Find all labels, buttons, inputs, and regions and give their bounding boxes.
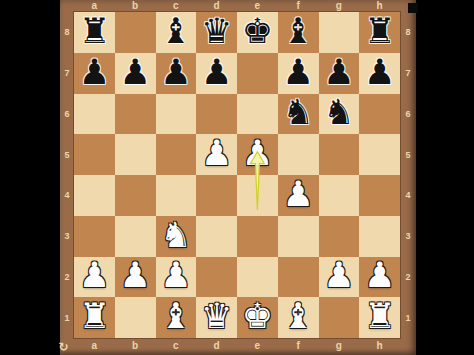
piece-white-bishop-c1[interactable]: ♝ [160,299,191,334]
square-f3[interactable] [278,216,319,257]
file-label-b: b [115,0,156,12]
rank-label-6: 6 [400,94,416,135]
square-f1[interactable]: ♝ [278,297,319,338]
square-h6[interactable] [359,94,400,135]
piece-black-rook-a8[interactable]: ♜ [79,14,110,49]
rank-label-2: 2 [400,257,416,298]
piece-white-pawn-c2[interactable]: ♟ [160,258,191,293]
piece-black-pawn-c7[interactable]: ♟ [160,55,191,90]
square-h8[interactable]: ♜ [359,12,400,53]
rank-labels-right: 87654321 [400,12,416,338]
rank-label-7: 7 [60,53,74,94]
square-b8[interactable] [115,12,156,53]
square-a5[interactable] [74,134,115,175]
piece-black-knight-f6[interactable]: ♞ [282,95,313,130]
piece-white-rook-h1[interactable]: ♜ [364,299,395,334]
rank-label-1: 1 [400,297,416,338]
square-h3[interactable] [359,216,400,257]
square-f4[interactable]: ♟ [278,175,319,216]
rank-label-6: 6 [60,94,74,135]
piece-white-rook-a1[interactable]: ♜ [79,299,110,334]
square-d2[interactable] [196,257,237,298]
square-f5[interactable] [278,134,319,175]
rank-label-4: 4 [60,175,74,216]
rank-label-1: 1 [60,297,74,338]
rank-labels-left: 87654321 [60,12,74,338]
square-f2[interactable] [278,257,319,298]
flip-board-icon[interactable]: ↻ [56,340,71,355]
square-d3[interactable] [196,216,237,257]
square-e7[interactable] [237,53,278,94]
square-g6[interactable]: ♞ [319,94,360,135]
square-a3[interactable] [74,216,115,257]
file-label-c: c [156,338,197,355]
piece-white-knight-c3[interactable]: ♞ [160,218,191,253]
square-a7[interactable]: ♟ [74,53,115,94]
square-c1[interactable]: ♝ [156,297,197,338]
piece-black-pawn-f7[interactable]: ♟ [282,55,313,90]
piece-black-pawn-h7[interactable]: ♟ [364,55,395,90]
piece-white-pawn-f4[interactable]: ♟ [282,177,313,212]
square-d6[interactable] [196,94,237,135]
piece-black-pawn-b7[interactable]: ♟ [119,55,150,90]
square-h4[interactable] [359,175,400,216]
square-d1[interactable]: ♛ [196,297,237,338]
piece-black-pawn-a7[interactable]: ♟ [79,55,110,90]
square-f6[interactable]: ♞ [278,94,319,135]
file-label-f: f [278,338,319,355]
square-e8[interactable]: ♚ [237,12,278,53]
file-labels-top: abcdefgh [74,0,400,12]
square-d7[interactable]: ♟ [196,53,237,94]
black-to-move-indicator [408,3,418,13]
file-label-g: g [319,338,360,355]
piece-black-queen-d8[interactable]: ♛ [201,14,232,49]
file-label-a: a [74,338,115,355]
square-c5[interactable] [156,134,197,175]
square-g8[interactable] [319,12,360,53]
video-frame: abcdefgh abcdefgh 87654321 87654321 ♜♝♛♚… [0,0,474,355]
rank-label-3: 3 [400,216,416,257]
square-a4[interactable] [74,175,115,216]
square-d5[interactable]: ♟ [196,134,237,175]
square-c8[interactable]: ♝ [156,12,197,53]
square-f8[interactable]: ♝ [278,12,319,53]
piece-black-bishop-c8[interactable]: ♝ [160,14,191,49]
file-label-d: d [196,338,237,355]
square-b3[interactable] [115,216,156,257]
square-g1[interactable] [319,297,360,338]
rank-label-8: 8 [60,12,74,53]
square-g2[interactable]: ♟ [319,257,360,298]
square-d8[interactable]: ♛ [196,12,237,53]
piece-white-bishop-f1[interactable]: ♝ [282,299,313,334]
square-f7[interactable]: ♟ [278,53,319,94]
piece-black-king-e8[interactable]: ♚ [242,14,273,49]
square-g3[interactable] [319,216,360,257]
file-label-h: h [359,338,400,355]
square-a8[interactable]: ♜ [74,12,115,53]
piece-white-pawn-g2[interactable]: ♟ [323,258,354,293]
file-label-g: g [319,0,360,12]
square-h5[interactable] [359,134,400,175]
piece-black-rook-h8[interactable]: ♜ [364,14,395,49]
piece-white-pawn-h2[interactable]: ♟ [364,258,395,293]
square-e3[interactable] [237,216,278,257]
piece-white-king-e1[interactable]: ♚ [242,299,273,334]
chess-board: ♜♝♛♚♝♜♟♟♟♟♟♟♟♞♞♟♟♟♞♟♟♟♟♟♜♝♛♚♝♜ [74,12,400,338]
file-labels-bottom: abcdefgh [74,338,400,355]
piece-white-pawn-b2[interactable]: ♟ [119,258,150,293]
piece-black-pawn-g7[interactable]: ♟ [323,55,354,90]
piece-white-pawn-d5[interactable]: ♟ [201,136,232,171]
square-b2[interactable]: ♟ [115,257,156,298]
square-g5[interactable] [319,134,360,175]
piece-white-pawn-a2[interactable]: ♟ [79,258,110,293]
square-d4[interactable] [196,175,237,216]
rank-label-5: 5 [400,134,416,175]
square-a1[interactable]: ♜ [74,297,115,338]
square-g4[interactable] [319,175,360,216]
square-b6[interactable] [115,94,156,135]
square-b5[interactable] [115,134,156,175]
piece-black-pawn-d7[interactable]: ♟ [201,55,232,90]
piece-black-bishop-f8[interactable]: ♝ [282,14,313,49]
square-c6[interactable] [156,94,197,135]
file-label-b: b [115,338,156,355]
square-b1[interactable] [115,297,156,338]
rank-label-3: 3 [60,216,74,257]
square-e2[interactable] [237,257,278,298]
square-c3[interactable]: ♞ [156,216,197,257]
square-g7[interactable]: ♟ [319,53,360,94]
square-c7[interactable]: ♟ [156,53,197,94]
chess-board-frame: abcdefgh abcdefgh 87654321 87654321 ♜♝♛♚… [60,0,416,355]
rank-label-8: 8 [400,12,416,53]
square-c4[interactable] [156,175,197,216]
file-label-e: e [237,338,278,355]
rank-label-7: 7 [400,53,416,94]
piece-white-queen-d1[interactable]: ♛ [201,299,232,334]
square-b7[interactable]: ♟ [115,53,156,94]
square-h1[interactable]: ♜ [359,297,400,338]
square-a6[interactable] [74,94,115,135]
piece-black-knight-g6[interactable]: ♞ [323,95,354,130]
rank-label-5: 5 [60,134,74,175]
square-a2[interactable]: ♟ [74,257,115,298]
square-h2[interactable]: ♟ [359,257,400,298]
square-e1[interactable]: ♚ [237,297,278,338]
square-e4[interactable] [237,175,278,216]
square-b4[interactable] [115,175,156,216]
square-e6[interactable] [237,94,278,135]
rank-label-2: 2 [60,257,74,298]
rank-label-4: 4 [400,175,416,216]
piece-white-pawn-e5[interactable]: ♟ [242,136,273,171]
square-e5[interactable]: ♟ [237,134,278,175]
square-h7[interactable]: ♟ [359,53,400,94]
square-c2[interactable]: ♟ [156,257,197,298]
